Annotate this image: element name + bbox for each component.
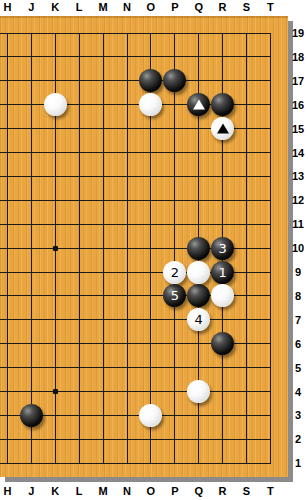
row-label-3: 3 bbox=[291, 408, 305, 422]
grid-hline-13 bbox=[0, 176, 271, 177]
col-label-bottom-P: P bbox=[167, 484, 183, 498]
col-label-bottom-J: J bbox=[23, 484, 39, 498]
black-stone-q8 bbox=[187, 284, 210, 307]
white-stone-p9: 2 bbox=[163, 261, 186, 284]
row-label-16: 16 bbox=[291, 98, 305, 112]
col-label-top-M: M bbox=[95, 0, 111, 14]
row-label-13: 13 bbox=[291, 169, 305, 183]
black-stone-r9: 1 bbox=[211, 261, 234, 284]
grid-hline-18 bbox=[0, 56, 271, 57]
go-diagram-page: HJKLMNOPQRST 31524 191817161514131211109… bbox=[0, 0, 308, 500]
col-label-bottom-O: O bbox=[143, 484, 159, 498]
white-stone-r8 bbox=[211, 284, 234, 307]
row-label-18: 18 bbox=[291, 50, 305, 64]
grid-vline-N bbox=[127, 33, 128, 464]
black-stone-q16 bbox=[187, 93, 210, 116]
row-label-7: 7 bbox=[291, 313, 305, 327]
col-label-top-O: O bbox=[143, 0, 159, 14]
white-stone-r15 bbox=[211, 117, 234, 140]
row-label-5: 5 bbox=[291, 361, 305, 375]
black-stone-p17 bbox=[163, 69, 186, 92]
col-label-top-K: K bbox=[47, 0, 63, 14]
row-label-15: 15 bbox=[291, 122, 305, 136]
white-stone-o16 bbox=[139, 93, 162, 116]
col-label-top-R: R bbox=[215, 0, 231, 14]
row-label-9: 9 bbox=[291, 265, 305, 279]
black-stone-r16 bbox=[211, 93, 234, 116]
grid-hline-5 bbox=[0, 367, 271, 368]
row-label-10: 10 bbox=[291, 241, 305, 255]
col-label-top-Q: Q bbox=[191, 0, 207, 14]
col-label-bottom-R: R bbox=[215, 484, 231, 498]
white-stone-o3 bbox=[139, 404, 162, 427]
black-stone-q10 bbox=[187, 237, 210, 260]
black-stone-r6 bbox=[211, 332, 234, 355]
row-label-19: 19 bbox=[291, 26, 305, 40]
grid-vline-T bbox=[270, 33, 271, 464]
triangle-mark-icon bbox=[217, 123, 229, 133]
star-point-k4 bbox=[53, 389, 58, 394]
move-number-3: 3 bbox=[218, 242, 226, 255]
grid-vline-M bbox=[103, 33, 104, 464]
black-stone-p8: 5 bbox=[163, 284, 186, 307]
col-label-top-N: N bbox=[119, 0, 135, 14]
row-label-12: 12 bbox=[291, 193, 305, 207]
row-label-1: 1 bbox=[291, 456, 305, 470]
col-label-bottom-K: K bbox=[47, 484, 63, 498]
grid-hline-1 bbox=[0, 463, 271, 464]
row-label-14: 14 bbox=[291, 146, 305, 160]
move-number-2: 2 bbox=[171, 266, 179, 279]
grid-hline-12 bbox=[0, 200, 271, 201]
triangle-mark-icon bbox=[193, 99, 205, 109]
black-stone-o17 bbox=[139, 69, 162, 92]
grid-vline-P bbox=[174, 33, 175, 464]
black-stone-j3 bbox=[20, 404, 43, 427]
col-label-top-L: L bbox=[71, 0, 87, 14]
white-stone-k16 bbox=[44, 93, 67, 116]
black-stone-r10: 3 bbox=[211, 237, 234, 260]
grid-hline-17 bbox=[0, 80, 271, 81]
col-label-bottom-Q: Q bbox=[191, 484, 207, 498]
row-label-11: 11 bbox=[291, 217, 305, 231]
col-label-bottom-H: H bbox=[0, 484, 16, 498]
white-stone-q9 bbox=[187, 261, 210, 284]
grid-vline-S bbox=[246, 33, 247, 464]
col-label-top-H: H bbox=[0, 0, 16, 14]
grid-hline-2 bbox=[0, 439, 271, 440]
row-label-4: 4 bbox=[291, 385, 305, 399]
grid-vline-H bbox=[7, 33, 8, 464]
move-number-4: 4 bbox=[195, 313, 203, 326]
col-label-bottom-N: N bbox=[119, 484, 135, 498]
star-point-k10 bbox=[53, 246, 58, 251]
col-label-bottom-M: M bbox=[95, 484, 111, 498]
grid-hline-7 bbox=[0, 319, 271, 320]
white-stone-q4 bbox=[187, 380, 210, 403]
grid-hline-4 bbox=[0, 391, 271, 392]
grid-hline-11 bbox=[0, 224, 271, 225]
grid-vline-L bbox=[79, 33, 80, 464]
col-label-top-P: P bbox=[167, 0, 183, 14]
grid-vline-J bbox=[31, 33, 32, 464]
grid-hline-14 bbox=[0, 152, 271, 153]
go-board[interactable]: 31524 bbox=[0, 16, 288, 477]
col-label-top-S: S bbox=[239, 0, 255, 14]
row-label-8: 8 bbox=[291, 289, 305, 303]
row-label-2: 2 bbox=[291, 432, 305, 446]
move-number-5: 5 bbox=[171, 289, 179, 302]
white-stone-q7: 4 bbox=[187, 308, 210, 331]
col-label-bottom-T: T bbox=[262, 484, 278, 498]
col-label-bottom-S: S bbox=[239, 484, 255, 498]
col-label-top-T: T bbox=[262, 0, 278, 14]
col-label-bottom-L: L bbox=[71, 484, 87, 498]
move-number-1: 1 bbox=[218, 266, 226, 279]
grid-hline-19 bbox=[0, 33, 271, 34]
row-label-17: 17 bbox=[291, 74, 305, 88]
col-label-top-J: J bbox=[23, 0, 39, 14]
row-label-6: 6 bbox=[291, 337, 305, 351]
